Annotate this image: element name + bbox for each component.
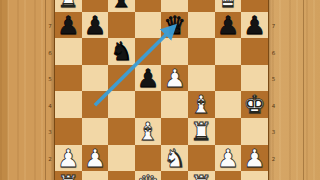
- square-f1[interactable]: ♜: [188, 171, 215, 180]
- rank-label-right-3: 3: [270, 129, 278, 135]
- square-g2[interactable]: ♟: [215, 145, 242, 172]
- square-a7[interactable]: ♟: [55, 12, 82, 39]
- piece-white-queen-g8[interactable]: ♛: [215, 0, 242, 12]
- piece-white-rook-f3[interactable]: ♜: [188, 118, 215, 145]
- square-f5[interactable]: [188, 65, 215, 92]
- rank-label-left-3: 3: [46, 129, 54, 135]
- square-h6[interactable]: [241, 38, 268, 65]
- rank-label-right-5: 5: [270, 76, 278, 82]
- piece-white-pawn-h2[interactable]: ♟: [241, 145, 268, 172]
- piece-white-bishop-d3[interactable]: ♝: [135, 118, 162, 145]
- square-e1[interactable]: [161, 171, 188, 180]
- square-b4[interactable]: [82, 91, 109, 118]
- square-f2[interactable]: [188, 145, 215, 172]
- square-d8[interactable]: [135, 0, 162, 12]
- square-e7[interactable]: ♛: [161, 12, 188, 39]
- square-g5[interactable]: [215, 65, 242, 92]
- piece-white-pawn-b2[interactable]: ♟: [82, 145, 109, 172]
- piece-white-pawn-a2[interactable]: ♟: [55, 145, 82, 172]
- square-g7[interactable]: ♟: [215, 12, 242, 39]
- rank-label-right-7: 7: [270, 23, 278, 29]
- piece-white-rook-a1[interactable]: ♜: [55, 171, 82, 180]
- square-a2[interactable]: ♟: [55, 145, 82, 172]
- square-a3[interactable]: [55, 118, 82, 145]
- square-d4[interactable]: [135, 91, 162, 118]
- square-g4[interactable]: [215, 91, 242, 118]
- square-e3[interactable]: [161, 118, 188, 145]
- square-d5[interactable]: ♟: [135, 65, 162, 92]
- piece-white-king-h4[interactable]: ♚: [241, 91, 268, 118]
- rank-label-left-5: 5: [46, 76, 54, 82]
- square-f7[interactable]: [188, 12, 215, 39]
- wood-frame-seam-right: [303, 0, 304, 180]
- square-c1[interactable]: [108, 171, 135, 180]
- piece-black-pawn-a7[interactable]: ♟: [55, 12, 82, 39]
- square-b2[interactable]: ♟: [82, 145, 109, 172]
- chess-board: ♜♝♛♟♟♛♟♟♞♟♟♝♚♝♜♟♟♞♟♟♜♛♜: [54, 0, 269, 180]
- square-a1[interactable]: ♜: [55, 171, 82, 180]
- square-e8[interactable]: [161, 0, 188, 12]
- square-g1[interactable]: [215, 171, 242, 180]
- square-c2[interactable]: [108, 145, 135, 172]
- square-a5[interactable]: [55, 65, 82, 92]
- square-g6[interactable]: [215, 38, 242, 65]
- piece-white-pawn-g2[interactable]: ♟: [215, 145, 242, 172]
- square-h4[interactable]: ♚: [241, 91, 268, 118]
- square-c3[interactable]: [108, 118, 135, 145]
- piece-white-knight-e2[interactable]: ♞: [161, 145, 188, 172]
- rank-label-right-4: 4: [270, 103, 278, 109]
- square-b1[interactable]: [82, 171, 109, 180]
- piece-white-bishop-f4[interactable]: ♝: [188, 91, 215, 118]
- chess-video-frame: ♜♝♛♟♟♛♟♟♞♟♟♝♚♝♜♟♟♞♟♟♜♛♜ 776655443322: [0, 0, 320, 180]
- square-c8[interactable]: ♝: [108, 0, 135, 12]
- square-d3[interactable]: ♝: [135, 118, 162, 145]
- square-a8[interactable]: ♜: [55, 0, 82, 12]
- square-b7[interactable]: ♟: [82, 12, 109, 39]
- square-h1[interactable]: [241, 171, 268, 180]
- square-c4[interactable]: [108, 91, 135, 118]
- rank-label-left-2: 2: [46, 156, 54, 162]
- rank-label-right-2: 2: [270, 156, 278, 162]
- square-b3[interactable]: [82, 118, 109, 145]
- piece-white-rook-f1[interactable]: ♜: [188, 171, 215, 180]
- piece-black-knight-c6[interactable]: ♞: [108, 38, 135, 65]
- square-a6[interactable]: [55, 38, 82, 65]
- square-e6[interactable]: [161, 38, 188, 65]
- square-f3[interactable]: ♜: [188, 118, 215, 145]
- square-d2[interactable]: [135, 145, 162, 172]
- square-h2[interactable]: ♟: [241, 145, 268, 172]
- square-d1[interactable]: ♛: [135, 171, 162, 180]
- square-e2[interactable]: ♞: [161, 145, 188, 172]
- piece-white-queen-d1[interactable]: ♛: [135, 171, 162, 180]
- square-c6[interactable]: ♞: [108, 38, 135, 65]
- piece-black-pawn-d5[interactable]: ♟: [135, 65, 162, 92]
- square-b6[interactable]: [82, 38, 109, 65]
- piece-black-pawn-h7[interactable]: ♟: [241, 12, 268, 39]
- square-g8[interactable]: ♛: [215, 0, 242, 12]
- square-h7[interactable]: ♟: [241, 12, 268, 39]
- square-c5[interactable]: [108, 65, 135, 92]
- piece-white-rook-a8[interactable]: ♜: [55, 0, 82, 12]
- square-b8[interactable]: [82, 0, 109, 12]
- piece-black-pawn-b7[interactable]: ♟: [82, 12, 109, 39]
- rank-label-left-4: 4: [46, 103, 54, 109]
- square-g3[interactable]: [215, 118, 242, 145]
- rank-label-left-6: 6: [46, 50, 54, 56]
- rank-label-left-7: 7: [46, 23, 54, 29]
- square-e4[interactable]: [161, 91, 188, 118]
- square-h8[interactable]: [241, 0, 268, 12]
- square-f4[interactable]: ♝: [188, 91, 215, 118]
- rank-label-right-6: 6: [270, 50, 278, 56]
- piece-black-queen-e7[interactable]: ♛: [161, 12, 188, 39]
- square-f8[interactable]: [188, 0, 215, 12]
- square-f6[interactable]: [188, 38, 215, 65]
- piece-black-bishop-c8[interactable]: ♝: [108, 0, 135, 12]
- square-b5[interactable]: [82, 65, 109, 92]
- piece-black-pawn-g7[interactable]: ♟: [215, 12, 242, 39]
- piece-white-pawn-e5[interactable]: ♟: [161, 65, 188, 92]
- square-h3[interactable]: [241, 118, 268, 145]
- square-d7[interactable]: [135, 12, 162, 39]
- square-e5[interactable]: ♟: [161, 65, 188, 92]
- square-h5[interactable]: [241, 65, 268, 92]
- square-d6[interactable]: [135, 38, 162, 65]
- square-a4[interactable]: [55, 91, 82, 118]
- square-c7[interactable]: [108, 12, 135, 39]
